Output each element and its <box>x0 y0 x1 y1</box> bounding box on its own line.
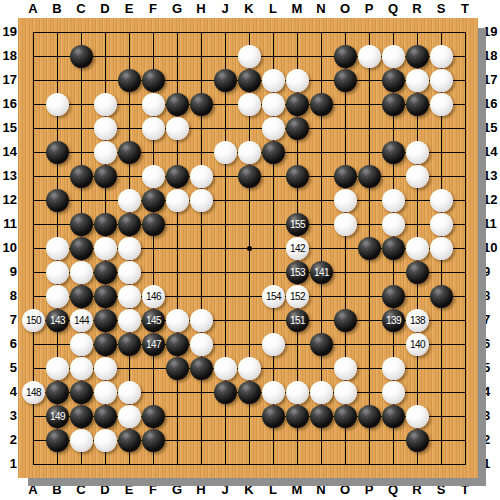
move-number-149: 149 <box>46 405 69 428</box>
col-label-bottom-T: T <box>453 482 477 498</box>
stone-white-B10 <box>46 237 69 260</box>
stone-black-Q16 <box>382 93 405 116</box>
stone-black-R2 <box>406 429 429 452</box>
stone-white-G15 <box>166 117 189 140</box>
stone-white-F8: 146 <box>142 285 165 308</box>
stone-white-D5 <box>94 357 117 380</box>
col-label-top-L: L <box>261 1 285 17</box>
row-label-right-2: 2 <box>483 432 499 448</box>
stone-black-P10 <box>358 237 381 260</box>
row-label-right-3: 3 <box>483 408 499 424</box>
row-label-left-11: 11 <box>1 216 17 232</box>
row-label-left-4: 4 <box>1 384 17 400</box>
stone-white-Q18 <box>382 45 405 68</box>
stone-black-D11 <box>94 213 117 236</box>
stone-white-P18 <box>358 45 381 68</box>
row-label-left-2: 2 <box>1 432 17 448</box>
col-label-top-R: R <box>405 1 429 17</box>
stone-black-F6: 147 <box>142 333 165 356</box>
stone-black-E14 <box>118 141 141 164</box>
stone-black-F11 <box>142 213 165 236</box>
stone-white-L15 <box>262 117 285 140</box>
stone-black-F7: 145 <box>142 309 165 332</box>
stone-white-S16 <box>430 93 453 116</box>
col-label-bottom-K: K <box>237 482 261 498</box>
stone-white-S17 <box>430 69 453 92</box>
stone-black-E2 <box>118 429 141 452</box>
row-label-right-16: 16 <box>483 96 499 112</box>
stone-white-M4 <box>286 381 309 404</box>
stone-black-F12 <box>142 189 165 212</box>
stone-black-D8 <box>94 285 117 308</box>
stone-white-D14 <box>94 141 117 164</box>
stone-black-C8 <box>70 285 93 308</box>
row-label-left-9: 9 <box>1 264 17 280</box>
row-label-right-11: 11 <box>483 216 499 232</box>
row-label-left-14: 14 <box>1 144 17 160</box>
col-label-top-Q: Q <box>381 1 405 17</box>
stone-black-N6 <box>310 333 333 356</box>
col-label-top-P: P <box>357 1 381 17</box>
col-label-bottom-B: B <box>45 482 69 498</box>
col-label-top-N: N <box>309 1 333 17</box>
col-label-top-C: C <box>69 1 93 17</box>
stone-black-G5 <box>166 357 189 380</box>
stone-white-D15 <box>94 117 117 140</box>
stone-white-L8: 154 <box>262 285 285 308</box>
grid-line-horizontal <box>33 464 466 465</box>
stone-black-C3 <box>70 405 93 428</box>
stone-white-K16 <box>238 93 261 116</box>
stone-black-F3 <box>142 405 165 428</box>
stone-black-B3: 149 <box>46 405 69 428</box>
stone-black-D9 <box>94 261 117 284</box>
col-label-top-H: H <box>189 1 213 17</box>
row-label-right-15: 15 <box>483 120 499 136</box>
move-number-146: 146 <box>142 285 165 308</box>
stone-white-R6: 140 <box>406 333 429 356</box>
stone-black-N9: 141 <box>310 261 333 284</box>
stone-black-B14 <box>46 141 69 164</box>
stone-black-D6 <box>94 333 117 356</box>
stone-white-D2 <box>94 429 117 452</box>
stone-white-O4 <box>334 381 357 404</box>
stone-black-D3 <box>94 405 117 428</box>
stone-black-M7: 151 <box>286 309 309 332</box>
stone-white-S18 <box>430 45 453 68</box>
col-label-bottom-E: E <box>117 482 141 498</box>
col-label-top-A: A <box>21 1 45 17</box>
stone-black-Q10 <box>382 237 405 260</box>
move-number-151: 151 <box>286 309 309 332</box>
stone-white-M8: 152 <box>286 285 309 308</box>
row-label-right-14: 14 <box>483 144 499 160</box>
stone-white-K5 <box>238 357 261 380</box>
stone-white-E4 <box>118 381 141 404</box>
col-label-bottom-G: G <box>165 482 189 498</box>
row-label-right-7: 7 <box>483 312 499 328</box>
stone-black-H5 <box>190 357 213 380</box>
row-label-left-8: 8 <box>1 288 17 304</box>
col-label-bottom-L: L <box>261 482 285 498</box>
stone-black-S8 <box>430 285 453 308</box>
stone-black-B12 <box>46 189 69 212</box>
stone-white-E9 <box>118 261 141 284</box>
stone-white-C9 <box>70 261 93 284</box>
move-number-152: 152 <box>286 285 309 308</box>
col-label-top-T: T <box>453 1 477 17</box>
col-label-top-M: M <box>285 1 309 17</box>
move-number-145: 145 <box>142 309 165 332</box>
stone-black-P13 <box>358 165 381 188</box>
stone-black-R9 <box>406 261 429 284</box>
stone-black-D7 <box>94 309 117 332</box>
grid-line-vertical <box>465 32 466 465</box>
col-label-bottom-S: S <box>429 482 453 498</box>
stone-white-H6 <box>190 333 213 356</box>
col-label-top-J: J <box>213 1 237 17</box>
col-label-bottom-C: C <box>69 482 93 498</box>
stone-black-F17 <box>142 69 165 92</box>
col-label-top-D: D <box>93 1 117 17</box>
stone-white-Q5 <box>382 357 405 380</box>
col-label-bottom-H: H <box>189 482 213 498</box>
col-label-bottom-Q: Q <box>381 482 405 498</box>
stone-white-J5 <box>214 357 237 380</box>
stone-white-F15 <box>142 117 165 140</box>
stone-white-K14 <box>238 141 261 164</box>
col-label-bottom-F: F <box>141 482 165 498</box>
stone-black-O7 <box>334 309 357 332</box>
stone-black-B7: 143 <box>46 309 69 332</box>
col-label-bottom-P: P <box>357 482 381 498</box>
move-number-141: 141 <box>310 261 333 284</box>
row-label-right-19: 19 <box>483 24 499 40</box>
move-number-147: 147 <box>142 333 165 356</box>
stone-black-K17 <box>238 69 261 92</box>
stone-white-E3 <box>118 405 141 428</box>
row-label-right-10: 10 <box>483 240 499 256</box>
row-label-left-15: 15 <box>1 120 17 136</box>
stone-black-J4 <box>214 381 237 404</box>
stone-black-M3 <box>286 405 309 428</box>
stone-white-B16 <box>46 93 69 116</box>
col-label-top-K: K <box>237 1 261 17</box>
stone-black-M11: 155 <box>286 213 309 236</box>
stone-black-E6 <box>118 333 141 356</box>
stone-black-R18 <box>406 45 429 68</box>
col-label-bottom-M: M <box>285 482 309 498</box>
stone-black-K4 <box>238 381 261 404</box>
stone-black-J17 <box>214 69 237 92</box>
stone-white-R3 <box>406 405 429 428</box>
stone-black-C4 <box>70 381 93 404</box>
row-label-right-4: 4 <box>483 384 499 400</box>
stone-white-Q4 <box>382 381 405 404</box>
stone-black-B4 <box>46 381 69 404</box>
stone-white-F13 <box>142 165 165 188</box>
stone-white-O12 <box>334 189 357 212</box>
stone-white-F16 <box>142 93 165 116</box>
row-label-right-6: 6 <box>483 336 499 352</box>
row-label-left-6: 6 <box>1 336 17 352</box>
go-game-diagram: ABCDEFGHJKLMNOPQRST ABCDEFGHJKLMNOPQRST … <box>0 0 500 500</box>
stone-white-G7 <box>166 309 189 332</box>
move-number-142: 142 <box>286 237 309 260</box>
stone-black-C10 <box>70 237 93 260</box>
stone-white-Q12 <box>382 189 405 212</box>
row-label-right-1: 1 <box>483 456 499 472</box>
row-label-left-7: 7 <box>1 312 17 328</box>
row-label-left-19: 19 <box>1 24 17 40</box>
stone-black-D13 <box>94 165 117 188</box>
stone-white-B5 <box>46 357 69 380</box>
stone-black-O3 <box>334 405 357 428</box>
stone-white-R13 <box>406 165 429 188</box>
stone-white-N4 <box>310 381 333 404</box>
stone-white-G12 <box>166 189 189 212</box>
stone-white-E10 <box>118 237 141 260</box>
stone-black-Q3 <box>382 405 405 428</box>
stone-white-J14 <box>214 141 237 164</box>
stone-black-Q17 <box>382 69 405 92</box>
stone-white-D4 <box>94 381 117 404</box>
stone-black-O13 <box>334 165 357 188</box>
stone-black-G6 <box>166 333 189 356</box>
stone-white-S11 <box>430 213 453 236</box>
stone-black-L3 <box>262 405 285 428</box>
stone-white-D16 <box>94 93 117 116</box>
move-number-138: 138 <box>406 309 429 332</box>
stone-white-C2 <box>70 429 93 452</box>
row-label-right-8: 8 <box>483 288 499 304</box>
stone-black-F2 <box>142 429 165 452</box>
col-label-top-G: G <box>165 1 189 17</box>
stone-black-C13 <box>70 165 93 188</box>
stone-white-S10 <box>430 237 453 260</box>
stone-white-B8 <box>46 285 69 308</box>
row-label-right-9: 9 <box>483 264 499 280</box>
move-number-150: 150 <box>22 309 45 332</box>
stone-white-R17 <box>406 69 429 92</box>
col-label-top-O: O <box>333 1 357 17</box>
move-number-140: 140 <box>406 333 429 356</box>
col-label-top-F: F <box>141 1 165 17</box>
row-label-left-13: 13 <box>1 168 17 184</box>
stone-white-Q11 <box>382 213 405 236</box>
stone-black-Q14 <box>382 141 405 164</box>
stone-black-B2 <box>46 429 69 452</box>
row-label-right-18: 18 <box>483 48 499 64</box>
stone-white-L16 <box>262 93 285 116</box>
stone-white-H13 <box>190 165 213 188</box>
col-label-bottom-R: R <box>405 482 429 498</box>
stone-black-Q8 <box>382 285 405 308</box>
stone-white-C7: 144 <box>70 309 93 332</box>
col-label-top-S: S <box>429 1 453 17</box>
col-label-bottom-N: N <box>309 482 333 498</box>
move-number-144: 144 <box>70 309 93 332</box>
col-label-bottom-J: J <box>213 482 237 498</box>
move-number-148: 148 <box>22 381 45 404</box>
move-number-154: 154 <box>262 285 285 308</box>
stone-white-M10: 142 <box>286 237 309 260</box>
row-label-right-12: 12 <box>483 192 499 208</box>
stone-white-R10 <box>406 237 429 260</box>
stone-white-R7: 138 <box>406 309 429 332</box>
stone-white-C5 <box>70 357 93 380</box>
stone-white-A4: 148 <box>22 381 45 404</box>
col-label-top-B: B <box>45 1 69 17</box>
row-label-left-17: 17 <box>1 72 17 88</box>
stone-black-G13 <box>166 165 189 188</box>
stone-black-R16 <box>406 93 429 116</box>
stone-black-M9: 153 <box>286 261 309 284</box>
move-number-139: 139 <box>382 309 405 332</box>
stone-black-C11 <box>70 213 93 236</box>
star-point-K10 <box>247 246 252 251</box>
stone-white-H12 <box>190 189 213 212</box>
stone-black-H16 <box>190 93 213 116</box>
stone-white-E12 <box>118 189 141 212</box>
row-label-left-18: 18 <box>1 48 17 64</box>
stone-black-M16 <box>286 93 309 116</box>
row-label-right-5: 5 <box>483 360 499 376</box>
row-label-right-17: 17 <box>483 72 499 88</box>
stone-white-O5 <box>334 357 357 380</box>
move-number-153: 153 <box>286 261 309 284</box>
stone-white-A7: 150 <box>22 309 45 332</box>
stone-black-N3 <box>310 405 333 428</box>
stone-white-L6 <box>262 333 285 356</box>
col-label-bottom-D: D <box>93 482 117 498</box>
stone-white-L4 <box>262 381 285 404</box>
stone-black-Q7: 139 <box>382 309 405 332</box>
stone-black-E17 <box>118 69 141 92</box>
row-label-left-3: 3 <box>1 408 17 424</box>
col-label-bottom-O: O <box>333 482 357 498</box>
stone-white-S12 <box>430 189 453 212</box>
stone-white-H7 <box>190 309 213 332</box>
row-label-left-1: 1 <box>1 456 17 472</box>
stone-black-M15 <box>286 117 309 140</box>
stone-black-E11 <box>118 213 141 236</box>
stone-white-C6 <box>70 333 93 356</box>
stone-white-R14 <box>406 141 429 164</box>
row-label-left-12: 12 <box>1 192 17 208</box>
move-number-155: 155 <box>286 213 309 236</box>
row-label-left-16: 16 <box>1 96 17 112</box>
stone-black-O18 <box>334 45 357 68</box>
stone-black-G16 <box>166 93 189 116</box>
col-label-top-E: E <box>117 1 141 17</box>
go-board-grid[interactable]: 1551421531411461541521501431441451511391… <box>18 18 478 478</box>
stone-white-D10 <box>94 237 117 260</box>
stone-white-L17 <box>262 69 285 92</box>
stone-black-N16 <box>310 93 333 116</box>
stone-black-P3 <box>358 405 381 428</box>
stone-black-L14 <box>262 141 285 164</box>
row-label-left-5: 5 <box>1 360 17 376</box>
stone-white-M17 <box>286 69 309 92</box>
row-label-right-13: 13 <box>483 168 499 184</box>
row-label-left-10: 10 <box>1 240 17 256</box>
stone-black-M13 <box>286 165 309 188</box>
stone-black-K13 <box>238 165 261 188</box>
stone-white-E7 <box>118 309 141 332</box>
move-number-143: 143 <box>46 309 69 332</box>
stone-white-E8 <box>118 285 141 308</box>
stone-black-O17 <box>334 69 357 92</box>
col-label-bottom-A: A <box>21 482 45 498</box>
stone-black-C18 <box>70 45 93 68</box>
stone-white-B9 <box>46 261 69 284</box>
stone-white-O11 <box>334 213 357 236</box>
stone-white-K18 <box>238 45 261 68</box>
